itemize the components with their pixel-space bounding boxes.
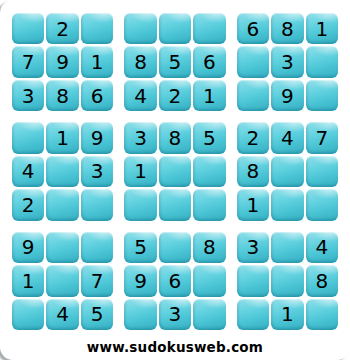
cell-r1c5[interactable]	[159, 13, 191, 44]
cell-r8c7[interactable]	[237, 265, 269, 296]
cell-r1c6[interactable]	[193, 13, 225, 44]
sudoku-board: 2791386856421681391943238512478191745589…	[10, 11, 340, 332]
cell-r4c9[interactable]: 7	[306, 122, 338, 153]
cell-r2c7[interactable]	[237, 46, 269, 77]
cell-r4c3[interactable]: 9	[81, 122, 113, 153]
cell-r8c9[interactable]: 8	[306, 265, 338, 296]
cell-r6c3[interactable]	[81, 189, 113, 220]
cell-r9c5[interactable]: 3	[159, 299, 191, 330]
cell-r4c1[interactable]	[12, 122, 44, 153]
sudoku-box-5: 3851	[122, 120, 227, 222]
cell-r9c4[interactable]	[124, 299, 156, 330]
cell-r8c5[interactable]: 6	[159, 265, 191, 296]
cell-r5c9[interactable]	[306, 156, 338, 187]
cell-r9c2[interactable]: 4	[46, 299, 78, 330]
cell-r7c1[interactable]: 9	[12, 232, 44, 263]
cell-r7c7[interactable]: 3	[237, 232, 269, 263]
cell-r9c6[interactable]	[193, 299, 225, 330]
cell-r9c8[interactable]: 1	[271, 299, 303, 330]
sudoku-box-3: 68139	[235, 11, 340, 113]
cell-r5c5[interactable]	[159, 156, 191, 187]
cell-r5c3[interactable]: 3	[81, 156, 113, 187]
cell-r7c3[interactable]	[81, 232, 113, 263]
cell-r1c8[interactable]: 8	[271, 13, 303, 44]
cell-r5c2[interactable]	[46, 156, 78, 187]
cell-r8c8[interactable]	[271, 265, 303, 296]
cell-r1c7[interactable]: 6	[237, 13, 269, 44]
cell-r6c1[interactable]: 2	[12, 189, 44, 220]
cell-r6c5[interactable]	[159, 189, 191, 220]
cell-r2c9[interactable]	[306, 46, 338, 77]
cell-r7c5[interactable]	[159, 232, 191, 263]
cell-r9c1[interactable]	[12, 299, 44, 330]
cell-r4c5[interactable]: 8	[159, 122, 191, 153]
cell-r6c7[interactable]: 1	[237, 189, 269, 220]
cell-r2c5[interactable]: 5	[159, 46, 191, 77]
cell-r4c6[interactable]: 5	[193, 122, 225, 153]
cell-r4c8[interactable]: 4	[271, 122, 303, 153]
cell-r3c5[interactable]: 2	[159, 80, 191, 111]
cell-r7c9[interactable]: 4	[306, 232, 338, 263]
cell-r1c1[interactable]	[12, 13, 44, 44]
cell-r2c3[interactable]: 1	[81, 46, 113, 77]
cell-r7c2[interactable]	[46, 232, 78, 263]
cell-r4c2[interactable]: 1	[46, 122, 78, 153]
site-url: www.sudokusweb.com	[87, 339, 263, 355]
cell-r5c1[interactable]: 4	[12, 156, 44, 187]
cell-r9c3[interactable]: 5	[81, 299, 113, 330]
cell-r9c9[interactable]	[306, 299, 338, 330]
cell-r1c3[interactable]	[81, 13, 113, 44]
sudoku-app-frame: 2791386856421681391943238512478191745589…	[0, 0, 350, 360]
cell-r3c3[interactable]: 6	[81, 80, 113, 111]
cell-r3c4[interactable]: 4	[124, 80, 156, 111]
cell-r3c1[interactable]: 3	[12, 80, 44, 111]
cell-r4c4[interactable]: 3	[124, 122, 156, 153]
cell-r2c8[interactable]: 3	[271, 46, 303, 77]
cell-r8c3[interactable]: 7	[81, 265, 113, 296]
cell-r7c4[interactable]: 5	[124, 232, 156, 263]
cell-r8c6[interactable]	[193, 265, 225, 296]
cell-r6c9[interactable]	[306, 189, 338, 220]
cell-r1c2[interactable]: 2	[46, 13, 78, 44]
cell-r2c1[interactable]: 7	[12, 46, 44, 77]
sudoku-box-4: 19432	[10, 120, 115, 222]
cell-r2c4[interactable]: 8	[124, 46, 156, 77]
cell-r7c8[interactable]	[271, 232, 303, 263]
cell-r6c2[interactable]	[46, 189, 78, 220]
cell-r2c2[interactable]: 9	[46, 46, 78, 77]
cell-r9c7[interactable]	[237, 299, 269, 330]
cell-r7c6[interactable]: 8	[193, 232, 225, 263]
cell-r5c4[interactable]: 1	[124, 156, 156, 187]
sudoku-box-7: 91745	[10, 230, 115, 332]
sudoku-box-2: 856421	[122, 11, 227, 113]
cell-r3c6[interactable]: 1	[193, 80, 225, 111]
cell-r6c8[interactable]	[271, 189, 303, 220]
cell-r5c8[interactable]	[271, 156, 303, 187]
cell-r1c4[interactable]	[124, 13, 156, 44]
sudoku-box-9: 3481	[235, 230, 340, 332]
cell-r3c2[interactable]: 8	[46, 80, 78, 111]
cell-r8c1[interactable]: 1	[12, 265, 44, 296]
cell-r4c7[interactable]: 2	[237, 122, 269, 153]
cell-r1c9[interactable]: 1	[306, 13, 338, 44]
cell-r5c6[interactable]	[193, 156, 225, 187]
sudoku-box-6: 24781	[235, 120, 340, 222]
cell-r8c2[interactable]	[46, 265, 78, 296]
cell-r6c6[interactable]	[193, 189, 225, 220]
sudoku-box-1: 2791386	[10, 11, 115, 113]
cell-r3c7[interactable]	[237, 80, 269, 111]
cell-r8c4[interactable]: 9	[124, 265, 156, 296]
cell-r3c9[interactable]	[306, 80, 338, 111]
cell-r3c8[interactable]: 9	[271, 80, 303, 111]
footer: www.sudokusweb.com	[0, 339, 350, 355]
cell-r6c4[interactable]	[124, 189, 156, 220]
cell-r5c7[interactable]: 8	[237, 156, 269, 187]
cell-r2c6[interactable]: 6	[193, 46, 225, 77]
sudoku-box-8: 58963	[122, 230, 227, 332]
